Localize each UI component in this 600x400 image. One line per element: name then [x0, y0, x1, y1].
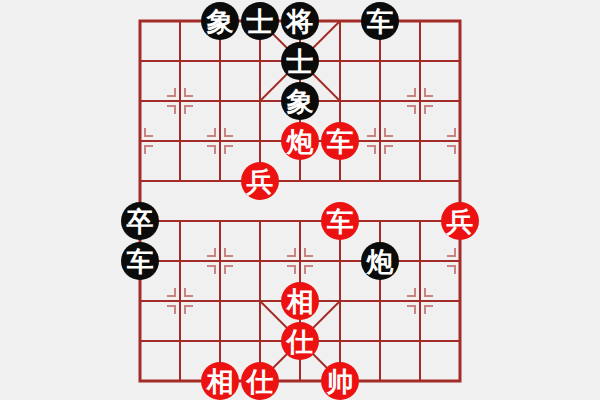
piece-grid: 象士将车士象炮车兵卒车兵车炮相仕相仕帅 — [120, 1, 480, 400]
piece-red-advisor[interactable]: 仕 — [281, 322, 319, 360]
piece-black-chariot[interactable]: 车 — [361, 2, 399, 40]
piece-black-elephant[interactable]: 象 — [281, 82, 319, 120]
piece-red-soldier[interactable]: 兵 — [441, 202, 479, 240]
piece-red-chariot[interactable]: 车 — [321, 202, 359, 240]
piece-red-cannon[interactable]: 炮 — [281, 122, 319, 160]
piece-black-soldier[interactable]: 卒 — [121, 202, 159, 240]
piece-red-elephant[interactable]: 相 — [201, 362, 239, 400]
piece-black-advisor[interactable]: 士 — [281, 42, 319, 80]
piece-black-cannon[interactable]: 炮 — [361, 242, 399, 280]
xiangqi-board: 象士将车士象炮车兵卒车兵车炮相仕相仕帅 — [0, 0, 600, 400]
piece-black-advisor[interactable]: 士 — [241, 2, 279, 40]
piece-red-advisor[interactable]: 仕 — [241, 362, 279, 400]
piece-black-general[interactable]: 将 — [281, 2, 319, 40]
piece-red-chariot[interactable]: 车 — [321, 122, 359, 160]
piece-red-elephant[interactable]: 相 — [281, 282, 319, 320]
piece-black-chariot[interactable]: 车 — [121, 242, 159, 280]
piece-red-general[interactable]: 帅 — [321, 362, 359, 400]
piece-red-soldier[interactable]: 兵 — [241, 162, 279, 200]
piece-black-elephant[interactable]: 象 — [201, 2, 239, 40]
